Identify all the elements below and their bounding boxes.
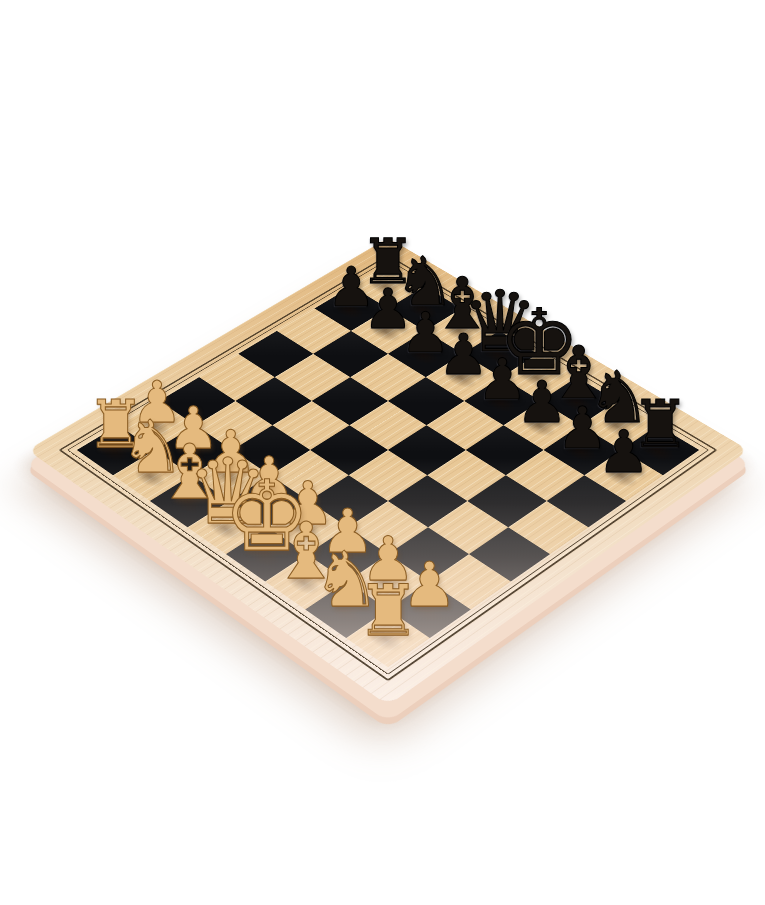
product-photo-scene: ♜♞♟♝♟♛♟♚♟♝♟♞♟♟♜♟♟♜♟♟♞♟♝♟♛♟♚♟♝♟♞♜ xyxy=(0,0,765,905)
piece-black-pawn[interactable]: ♟ xyxy=(597,424,650,483)
piece-white-rook[interactable]: ♜ xyxy=(356,576,420,647)
